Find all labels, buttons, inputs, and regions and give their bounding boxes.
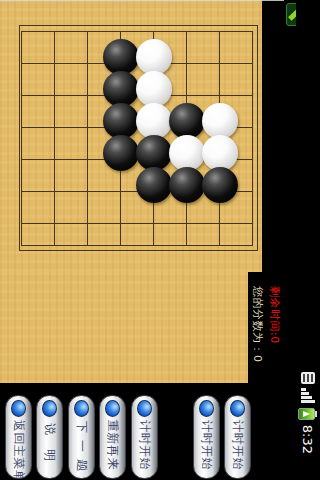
- button-next-problem[interactable]: 下一题: [68, 395, 95, 479]
- stone-white[interactable]: [169, 135, 205, 171]
- button-help[interactable]: 说明: [36, 395, 63, 479]
- stone-white[interactable]: [202, 103, 238, 139]
- clock-text: 8:32: [301, 425, 316, 454]
- button-timer-start-2[interactable]: 计时开始: [193, 395, 220, 479]
- grid-line-horizontal: [21, 223, 253, 224]
- led-icon: [137, 400, 152, 417]
- button-timer-start-3[interactable]: 计时开始: [224, 395, 251, 479]
- stone-black[interactable]: [103, 39, 139, 75]
- led-icon: [230, 400, 245, 417]
- lower-wood-panel: [0, 272, 248, 383]
- led-icon: [42, 400, 57, 417]
- grid-line-horizontal: [21, 245, 253, 246]
- stone-black[interactable]: [136, 135, 172, 171]
- stone-black[interactable]: [202, 167, 238, 203]
- stone-white[interactable]: [136, 71, 172, 107]
- stone-black[interactable]: [169, 103, 205, 139]
- led-icon: [74, 400, 89, 417]
- stone-white[interactable]: [202, 135, 238, 171]
- score-text: 您的分数为：0: [250, 286, 266, 366]
- stone-white[interactable]: [136, 103, 172, 139]
- battery-icon: [299, 408, 318, 420]
- grid-line-horizontal: [21, 31, 253, 32]
- button-return-main-menu[interactable]: 返回主菜单: [5, 395, 32, 479]
- signal-bars-icon: [301, 388, 315, 404]
- timer-text: 剩余时间:0: [268, 286, 283, 352]
- led-icon: [105, 400, 120, 417]
- go-board-panel: [0, 0, 262, 272]
- led-icon: [11, 400, 26, 417]
- button-retry[interactable]: 重新再来: [99, 395, 126, 479]
- stone-black[interactable]: [103, 103, 139, 139]
- stone-black[interactable]: [103, 71, 139, 107]
- network-icon: [301, 372, 315, 384]
- button-timer-start-1[interactable]: 计时开始: [131, 395, 158, 479]
- stone-black[interactable]: [103, 135, 139, 171]
- stone-white[interactable]: [136, 39, 172, 75]
- led-icon: [199, 400, 214, 417]
- status-bar[interactable]: 8:32: [296, 0, 320, 480]
- top-highlight-line: [0, 0, 284, 1]
- stone-black[interactable]: [136, 167, 172, 203]
- stone-black[interactable]: [169, 167, 205, 203]
- screen: 您的分数为：0 剩余时间:0 返回主菜单 说明 下一题 重新再来 计时开始 计时…: [0, 0, 320, 480]
